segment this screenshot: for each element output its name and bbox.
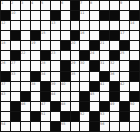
white-cell[interactable] xyxy=(71,82,80,91)
black-cell xyxy=(61,61,70,70)
white-cell[interactable]: 43 xyxy=(1,92,10,101)
white-cell[interactable] xyxy=(11,122,20,131)
white-cell[interactable]: 11 xyxy=(80,11,89,20)
clue-number: 40 xyxy=(61,82,65,85)
black-cell xyxy=(100,102,109,111)
white-cell[interactable]: 4 xyxy=(31,1,40,10)
white-cell[interactable]: 19 xyxy=(31,41,40,50)
white-cell[interactable] xyxy=(110,1,119,10)
white-cell[interactable] xyxy=(80,72,89,81)
white-cell[interactable]: 45 xyxy=(90,92,99,101)
white-cell[interactable] xyxy=(21,21,30,30)
black-cell xyxy=(51,102,60,111)
white-cell[interactable] xyxy=(31,122,40,131)
black-cell xyxy=(120,112,129,121)
clue-number: 50 xyxy=(130,102,134,105)
white-cell[interactable] xyxy=(41,41,50,50)
black-cell xyxy=(41,82,50,91)
clue-number: 18 xyxy=(1,41,5,44)
clue-number: 17 xyxy=(120,31,124,34)
clue-number: 52 xyxy=(80,112,84,115)
white-cell[interactable] xyxy=(120,11,129,20)
clue-number: 42 xyxy=(120,82,124,85)
black-cell xyxy=(90,82,99,91)
white-cell[interactable] xyxy=(130,51,139,60)
black-cell xyxy=(90,112,99,121)
black-cell xyxy=(11,102,20,111)
clue-number: 16 xyxy=(80,31,84,34)
white-cell[interactable]: 48 xyxy=(61,102,70,111)
black-cell xyxy=(100,11,109,20)
white-cell[interactable] xyxy=(31,11,40,20)
white-cell[interactable] xyxy=(80,122,89,131)
clue-number: 15 xyxy=(41,31,45,34)
white-cell[interactable] xyxy=(11,82,20,91)
white-cell[interactable] xyxy=(41,122,50,131)
black-cell xyxy=(90,41,99,50)
white-cell[interactable]: 9 xyxy=(120,1,129,10)
white-cell[interactable] xyxy=(1,51,10,60)
white-cell[interactable] xyxy=(120,61,129,70)
white-cell[interactable]: 49 xyxy=(110,102,119,111)
white-cell[interactable] xyxy=(61,31,70,40)
clue-number: 34 xyxy=(41,72,45,75)
clue-number: 27 xyxy=(11,61,15,64)
white-cell[interactable] xyxy=(1,31,10,40)
white-cell[interactable] xyxy=(51,41,60,50)
clue-number: 8 xyxy=(90,1,92,4)
black-cell xyxy=(51,11,60,20)
white-cell[interactable] xyxy=(90,11,99,20)
clue-number: 21 xyxy=(100,41,104,44)
clue-number: 11 xyxy=(80,11,84,14)
white-cell[interactable] xyxy=(80,41,89,50)
white-cell[interactable] xyxy=(130,82,139,91)
clue-number: 14 xyxy=(130,21,134,24)
white-cell[interactable]: 29 xyxy=(71,61,80,70)
white-cell[interactable]: 47 xyxy=(41,102,50,111)
crossword-grid: 1234567891011121314151617181920212223242… xyxy=(0,0,140,132)
white-cell[interactable] xyxy=(90,31,99,40)
clue-number: 55 xyxy=(61,122,65,125)
clue-number: 41 xyxy=(100,82,104,85)
white-cell[interactable] xyxy=(71,122,80,131)
black-cell xyxy=(130,11,139,20)
white-cell[interactable]: 31 xyxy=(100,61,109,70)
clue-number: 26 xyxy=(1,61,5,64)
clue-number: 35 xyxy=(71,72,75,75)
black-cell xyxy=(21,92,30,101)
white-cell[interactable] xyxy=(21,41,30,50)
black-cell xyxy=(110,82,119,91)
white-cell[interactable]: 3 xyxy=(21,1,30,10)
white-cell[interactable] xyxy=(21,82,30,91)
white-cell[interactable] xyxy=(71,102,80,111)
clue-number: 31 xyxy=(100,61,104,64)
black-cell xyxy=(80,102,89,111)
white-cell[interactable]: 14 xyxy=(130,21,139,30)
white-cell[interactable] xyxy=(11,21,20,30)
black-cell xyxy=(120,102,129,111)
white-cell[interactable]: 2 xyxy=(11,1,20,10)
white-cell[interactable] xyxy=(130,31,139,40)
clue-number: 29 xyxy=(71,61,75,64)
white-cell[interactable]: 28 xyxy=(41,61,50,70)
black-cell xyxy=(11,31,20,40)
white-cell[interactable]: 30 xyxy=(80,61,89,70)
white-cell[interactable] xyxy=(51,1,60,10)
black-cell xyxy=(41,51,50,60)
white-cell[interactable]: 18 xyxy=(1,41,10,50)
clue-number: 49 xyxy=(110,102,114,105)
white-cell[interactable] xyxy=(21,31,30,40)
white-cell[interactable]: 53 xyxy=(100,112,109,121)
clue-number: 45 xyxy=(90,92,94,95)
clue-number: 43 xyxy=(1,92,5,95)
white-cell[interactable] xyxy=(80,82,89,91)
white-cell[interactable]: 41 xyxy=(100,82,109,91)
black-cell xyxy=(71,1,80,10)
white-cell[interactable] xyxy=(110,112,119,121)
white-cell[interactable]: 55 xyxy=(61,122,70,131)
clue-number: 54 xyxy=(1,122,5,125)
black-cell xyxy=(71,31,80,40)
white-cell[interactable]: 25 xyxy=(120,51,129,60)
clue-number: 37 xyxy=(1,82,5,85)
white-cell[interactable]: 36 xyxy=(110,72,119,81)
black-cell xyxy=(31,112,40,121)
clue-number: 10 xyxy=(11,11,15,14)
white-cell[interactable] xyxy=(61,92,70,101)
white-cell[interactable]: 10 xyxy=(11,11,20,20)
white-cell[interactable]: 16 xyxy=(80,31,89,40)
clue-number: 20 xyxy=(71,41,75,44)
clue-number: 3 xyxy=(21,1,23,4)
black-cell xyxy=(1,11,10,20)
black-cell xyxy=(31,72,40,81)
white-cell[interactable] xyxy=(31,21,40,30)
white-cell[interactable] xyxy=(100,51,109,60)
white-cell[interactable]: 13 xyxy=(51,21,60,30)
black-cell xyxy=(90,122,99,131)
white-cell[interactable] xyxy=(120,72,129,81)
clue-number: 24 xyxy=(90,51,94,54)
clue-number: 2 xyxy=(11,1,13,4)
white-cell[interactable]: 12 xyxy=(1,21,10,30)
white-cell[interactable] xyxy=(90,72,99,81)
white-cell[interactable] xyxy=(61,11,70,20)
white-cell[interactable]: 33 xyxy=(11,72,20,81)
white-cell[interactable] xyxy=(31,61,40,70)
white-cell[interactable]: 44 xyxy=(51,92,60,101)
white-cell[interactable] xyxy=(130,41,139,50)
white-cell[interactable]: 34 xyxy=(41,72,50,81)
clue-number: 6 xyxy=(61,1,63,4)
white-cell[interactable] xyxy=(120,21,129,30)
white-cell[interactable]: 22 xyxy=(21,51,30,60)
black-cell xyxy=(120,41,129,50)
white-cell[interactable] xyxy=(21,61,30,70)
white-cell[interactable] xyxy=(21,122,30,131)
white-cell[interactable] xyxy=(31,92,40,101)
clue-number: 5 xyxy=(41,1,43,4)
white-cell[interactable] xyxy=(130,1,139,10)
clue-number: 53 xyxy=(100,112,104,115)
white-cell[interactable] xyxy=(71,92,80,101)
clue-number: 46 xyxy=(21,102,25,105)
black-cell xyxy=(100,31,109,40)
black-cell xyxy=(41,92,50,101)
black-cell xyxy=(71,112,80,121)
clue-number: 36 xyxy=(110,72,114,75)
white-cell[interactable] xyxy=(21,112,30,121)
white-cell[interactable]: 46 xyxy=(21,102,30,111)
white-cell[interactable] xyxy=(41,21,50,30)
white-cell[interactable] xyxy=(100,21,109,30)
black-cell xyxy=(11,51,20,60)
white-cell[interactable]: 20 xyxy=(71,41,80,50)
white-cell[interactable] xyxy=(71,21,80,30)
black-cell xyxy=(80,92,89,101)
clue-number: 25 xyxy=(120,51,124,54)
white-cell[interactable] xyxy=(31,51,40,60)
clue-number: 44 xyxy=(51,92,55,95)
white-cell[interactable]: 52 xyxy=(80,112,89,121)
white-cell[interactable]: 32 xyxy=(110,61,119,70)
white-cell[interactable] xyxy=(11,41,20,50)
white-cell[interactable] xyxy=(110,41,119,50)
clue-number: 22 xyxy=(21,51,25,54)
white-cell[interactable] xyxy=(120,92,129,101)
white-cell[interactable] xyxy=(110,122,119,131)
white-cell[interactable]: 26 xyxy=(1,61,10,70)
white-cell[interactable] xyxy=(100,92,109,101)
white-cell[interactable] xyxy=(61,51,70,60)
clue-number: 7 xyxy=(80,1,82,4)
white-cell[interactable] xyxy=(51,61,60,70)
white-cell[interactable] xyxy=(31,102,40,111)
black-cell xyxy=(31,31,40,40)
black-cell xyxy=(61,41,70,50)
white-cell[interactable]: 50 xyxy=(130,102,139,111)
white-cell[interactable] xyxy=(80,21,89,30)
white-cell[interactable]: 1 xyxy=(1,1,10,10)
white-cell[interactable] xyxy=(11,92,20,101)
black-cell xyxy=(80,51,89,60)
white-cell[interactable]: 24 xyxy=(90,51,99,60)
clue-number: 9 xyxy=(120,1,122,4)
clue-number: 51 xyxy=(41,112,45,115)
clue-number: 19 xyxy=(31,41,35,44)
white-cell[interactable]: 54 xyxy=(1,122,10,131)
white-cell[interactable] xyxy=(120,122,129,131)
white-cell[interactable]: 5 xyxy=(41,1,50,10)
black-cell xyxy=(71,11,80,20)
white-cell[interactable] xyxy=(130,112,139,121)
white-cell[interactable]: 27 xyxy=(11,61,20,70)
clue-number: 32 xyxy=(110,61,114,64)
white-cell[interactable] xyxy=(1,112,10,121)
white-cell[interactable] xyxy=(1,102,10,111)
black-cell xyxy=(61,72,70,81)
white-cell[interactable]: 6 xyxy=(61,1,70,10)
clue-number: 30 xyxy=(80,61,84,64)
black-cell xyxy=(100,72,109,81)
white-cell[interactable]: 17 xyxy=(120,31,129,40)
clue-number: 33 xyxy=(11,72,15,75)
white-cell[interactable]: 38 xyxy=(31,82,40,91)
black-cell xyxy=(130,61,139,70)
black-cell xyxy=(11,112,20,121)
black-cell xyxy=(90,61,99,70)
white-cell[interactable] xyxy=(21,11,30,20)
clue-number: 48 xyxy=(61,102,65,105)
white-cell[interactable]: 37 xyxy=(1,82,10,91)
white-cell[interactable] xyxy=(51,112,60,121)
white-cell[interactable]: 35 xyxy=(71,72,80,81)
white-cell[interactable]: 21 xyxy=(100,41,109,50)
black-cell xyxy=(110,11,119,20)
clue-number: 23 xyxy=(51,51,55,54)
white-cell[interactable] xyxy=(110,21,119,30)
white-cell[interactable]: 56 xyxy=(100,122,109,131)
white-cell[interactable] xyxy=(21,72,30,81)
clue-number: 38 xyxy=(31,82,35,85)
white-cell[interactable] xyxy=(100,1,109,10)
clue-number: 56 xyxy=(100,122,104,125)
white-cell[interactable]: 23 xyxy=(51,51,60,60)
clue-number: 13 xyxy=(51,21,55,24)
white-cell[interactable] xyxy=(71,51,80,60)
white-cell[interactable] xyxy=(90,102,99,111)
white-cell[interactable] xyxy=(51,72,60,81)
clue-number: 28 xyxy=(41,61,45,64)
black-cell xyxy=(61,112,70,121)
clue-number: 4 xyxy=(31,1,33,4)
white-cell[interactable]: 8 xyxy=(90,1,99,10)
black-cell xyxy=(51,122,60,131)
white-cell[interactable] xyxy=(130,122,139,131)
white-cell[interactable] xyxy=(90,21,99,30)
clue-number: 12 xyxy=(1,21,5,24)
white-cell[interactable]: 7 xyxy=(80,1,89,10)
white-cell[interactable] xyxy=(61,21,70,30)
black-cell xyxy=(130,92,139,101)
white-cell[interactable] xyxy=(51,31,60,40)
black-cell xyxy=(110,31,119,40)
white-cell[interactable]: 42 xyxy=(120,82,129,91)
white-cell[interactable]: 40 xyxy=(61,82,70,91)
black-cell xyxy=(130,72,139,81)
black-cell xyxy=(1,72,10,81)
black-cell xyxy=(110,92,119,101)
white-cell[interactable]: 39 xyxy=(51,82,60,91)
white-cell[interactable]: 51 xyxy=(41,112,50,121)
white-cell[interactable] xyxy=(41,11,50,20)
clue-number: 39 xyxy=(51,82,55,85)
clue-number: 47 xyxy=(41,102,45,105)
clue-number: 1 xyxy=(1,1,3,4)
white-cell[interactable]: 15 xyxy=(41,31,50,40)
black-cell xyxy=(110,51,119,60)
